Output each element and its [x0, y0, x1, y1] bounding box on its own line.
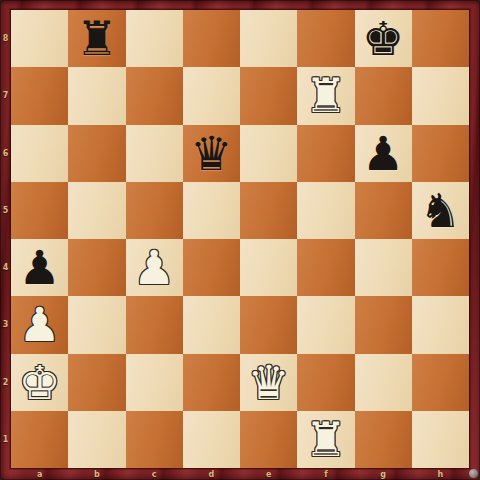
- rank-label-6: 6: [0, 125, 11, 182]
- piece-black-pawn-g6[interactable]: ♟: [355, 125, 412, 182]
- file-label-c: c: [126, 468, 183, 480]
- piece-white-rook-f7[interactable]: ♜: [297, 67, 354, 124]
- square-c2[interactable]: [126, 354, 183, 411]
- square-a4[interactable]: ♟: [11, 239, 68, 296]
- square-g1[interactable]: [355, 411, 412, 468]
- square-g7[interactable]: [355, 67, 412, 124]
- square-d7[interactable]: [183, 67, 240, 124]
- file-label-d: d: [183, 468, 240, 480]
- square-g2[interactable]: [355, 354, 412, 411]
- square-g8[interactable]: ♚: [355, 10, 412, 67]
- file-label-h: h: [412, 468, 469, 480]
- square-e1[interactable]: [240, 411, 297, 468]
- square-f5[interactable]: [297, 182, 354, 239]
- square-c5[interactable]: [126, 182, 183, 239]
- chess-board: ♜♚♜♛♟♞♟♟♟♚♛♜: [11, 10, 469, 468]
- square-e8[interactable]: [240, 10, 297, 67]
- square-b8[interactable]: ♜: [68, 10, 125, 67]
- square-h1[interactable]: [412, 411, 469, 468]
- square-d6[interactable]: ♛: [183, 125, 240, 182]
- square-g6[interactable]: ♟: [355, 125, 412, 182]
- square-c6[interactable]: [126, 125, 183, 182]
- square-d8[interactable]: [183, 10, 240, 67]
- square-a2[interactable]: ♚: [11, 354, 68, 411]
- piece-white-pawn-c4[interactable]: ♟: [126, 239, 183, 296]
- file-label-f: f: [297, 468, 354, 480]
- square-c7[interactable]: [126, 67, 183, 124]
- piece-black-knight-h5[interactable]: ♞: [412, 182, 469, 239]
- square-a3[interactable]: ♟: [11, 296, 68, 353]
- square-e6[interactable]: [240, 125, 297, 182]
- piece-white-pawn-a3[interactable]: ♟: [11, 296, 68, 353]
- piece-black-rook-b8[interactable]: ♜: [68, 10, 125, 67]
- chess-board-frame: ♜♚♜♛♟♞♟♟♟♚♛♜ 87654321abcdefgh: [0, 0, 480, 480]
- square-a6[interactable]: [11, 125, 68, 182]
- file-label-e: e: [240, 468, 297, 480]
- square-f3[interactable]: [297, 296, 354, 353]
- piece-white-king-a2[interactable]: ♚: [11, 354, 68, 411]
- piece-black-pawn-a4[interactable]: ♟: [11, 239, 68, 296]
- square-b3[interactable]: [68, 296, 125, 353]
- rank-label-8: 8: [0, 10, 11, 67]
- square-f2[interactable]: [297, 354, 354, 411]
- square-d3[interactable]: [183, 296, 240, 353]
- square-h5[interactable]: ♞: [412, 182, 469, 239]
- rank-label-4: 4: [0, 239, 11, 296]
- square-a8[interactable]: [11, 10, 68, 67]
- square-a7[interactable]: [11, 67, 68, 124]
- square-e5[interactable]: [240, 182, 297, 239]
- square-g3[interactable]: [355, 296, 412, 353]
- square-d4[interactable]: [183, 239, 240, 296]
- file-label-g: g: [355, 468, 412, 480]
- rank-label-1: 1: [0, 411, 11, 468]
- square-e2[interactable]: ♛: [240, 354, 297, 411]
- square-c3[interactable]: [126, 296, 183, 353]
- square-e4[interactable]: [240, 239, 297, 296]
- square-d2[interactable]: [183, 354, 240, 411]
- square-a1[interactable]: [11, 411, 68, 468]
- square-b6[interactable]: [68, 125, 125, 182]
- square-h8[interactable]: [412, 10, 469, 67]
- square-g4[interactable]: [355, 239, 412, 296]
- piece-white-rook-f1[interactable]: ♜: [297, 411, 354, 468]
- corner-dot: [469, 469, 478, 478]
- square-h3[interactable]: [412, 296, 469, 353]
- square-c8[interactable]: [126, 10, 183, 67]
- piece-black-queen-d6[interactable]: ♛: [183, 125, 240, 182]
- square-b1[interactable]: [68, 411, 125, 468]
- square-c4[interactable]: ♟: [126, 239, 183, 296]
- rank-label-5: 5: [0, 182, 11, 239]
- square-h7[interactable]: [412, 67, 469, 124]
- square-b2[interactable]: [68, 354, 125, 411]
- square-f4[interactable]: [297, 239, 354, 296]
- square-e3[interactable]: [240, 296, 297, 353]
- square-b7[interactable]: [68, 67, 125, 124]
- rank-label-7: 7: [0, 67, 11, 124]
- square-e7[interactable]: [240, 67, 297, 124]
- piece-white-queen-e2[interactable]: ♛: [240, 354, 297, 411]
- square-h4[interactable]: [412, 239, 469, 296]
- square-g5[interactable]: [355, 182, 412, 239]
- square-d1[interactable]: [183, 411, 240, 468]
- square-f6[interactable]: [297, 125, 354, 182]
- square-b5[interactable]: [68, 182, 125, 239]
- square-f8[interactable]: [297, 10, 354, 67]
- file-label-b: b: [68, 468, 125, 480]
- piece-black-king-g8[interactable]: ♚: [355, 10, 412, 67]
- square-f1[interactable]: ♜: [297, 411, 354, 468]
- square-f7[interactable]: ♜: [297, 67, 354, 124]
- square-a5[interactable]: [11, 182, 68, 239]
- file-label-a: a: [11, 468, 68, 480]
- square-b4[interactable]: [68, 239, 125, 296]
- square-d5[interactable]: [183, 182, 240, 239]
- rank-label-3: 3: [0, 296, 11, 353]
- rank-label-2: 2: [0, 354, 11, 411]
- square-h2[interactable]: [412, 354, 469, 411]
- square-h6[interactable]: [412, 125, 469, 182]
- square-c1[interactable]: [126, 411, 183, 468]
